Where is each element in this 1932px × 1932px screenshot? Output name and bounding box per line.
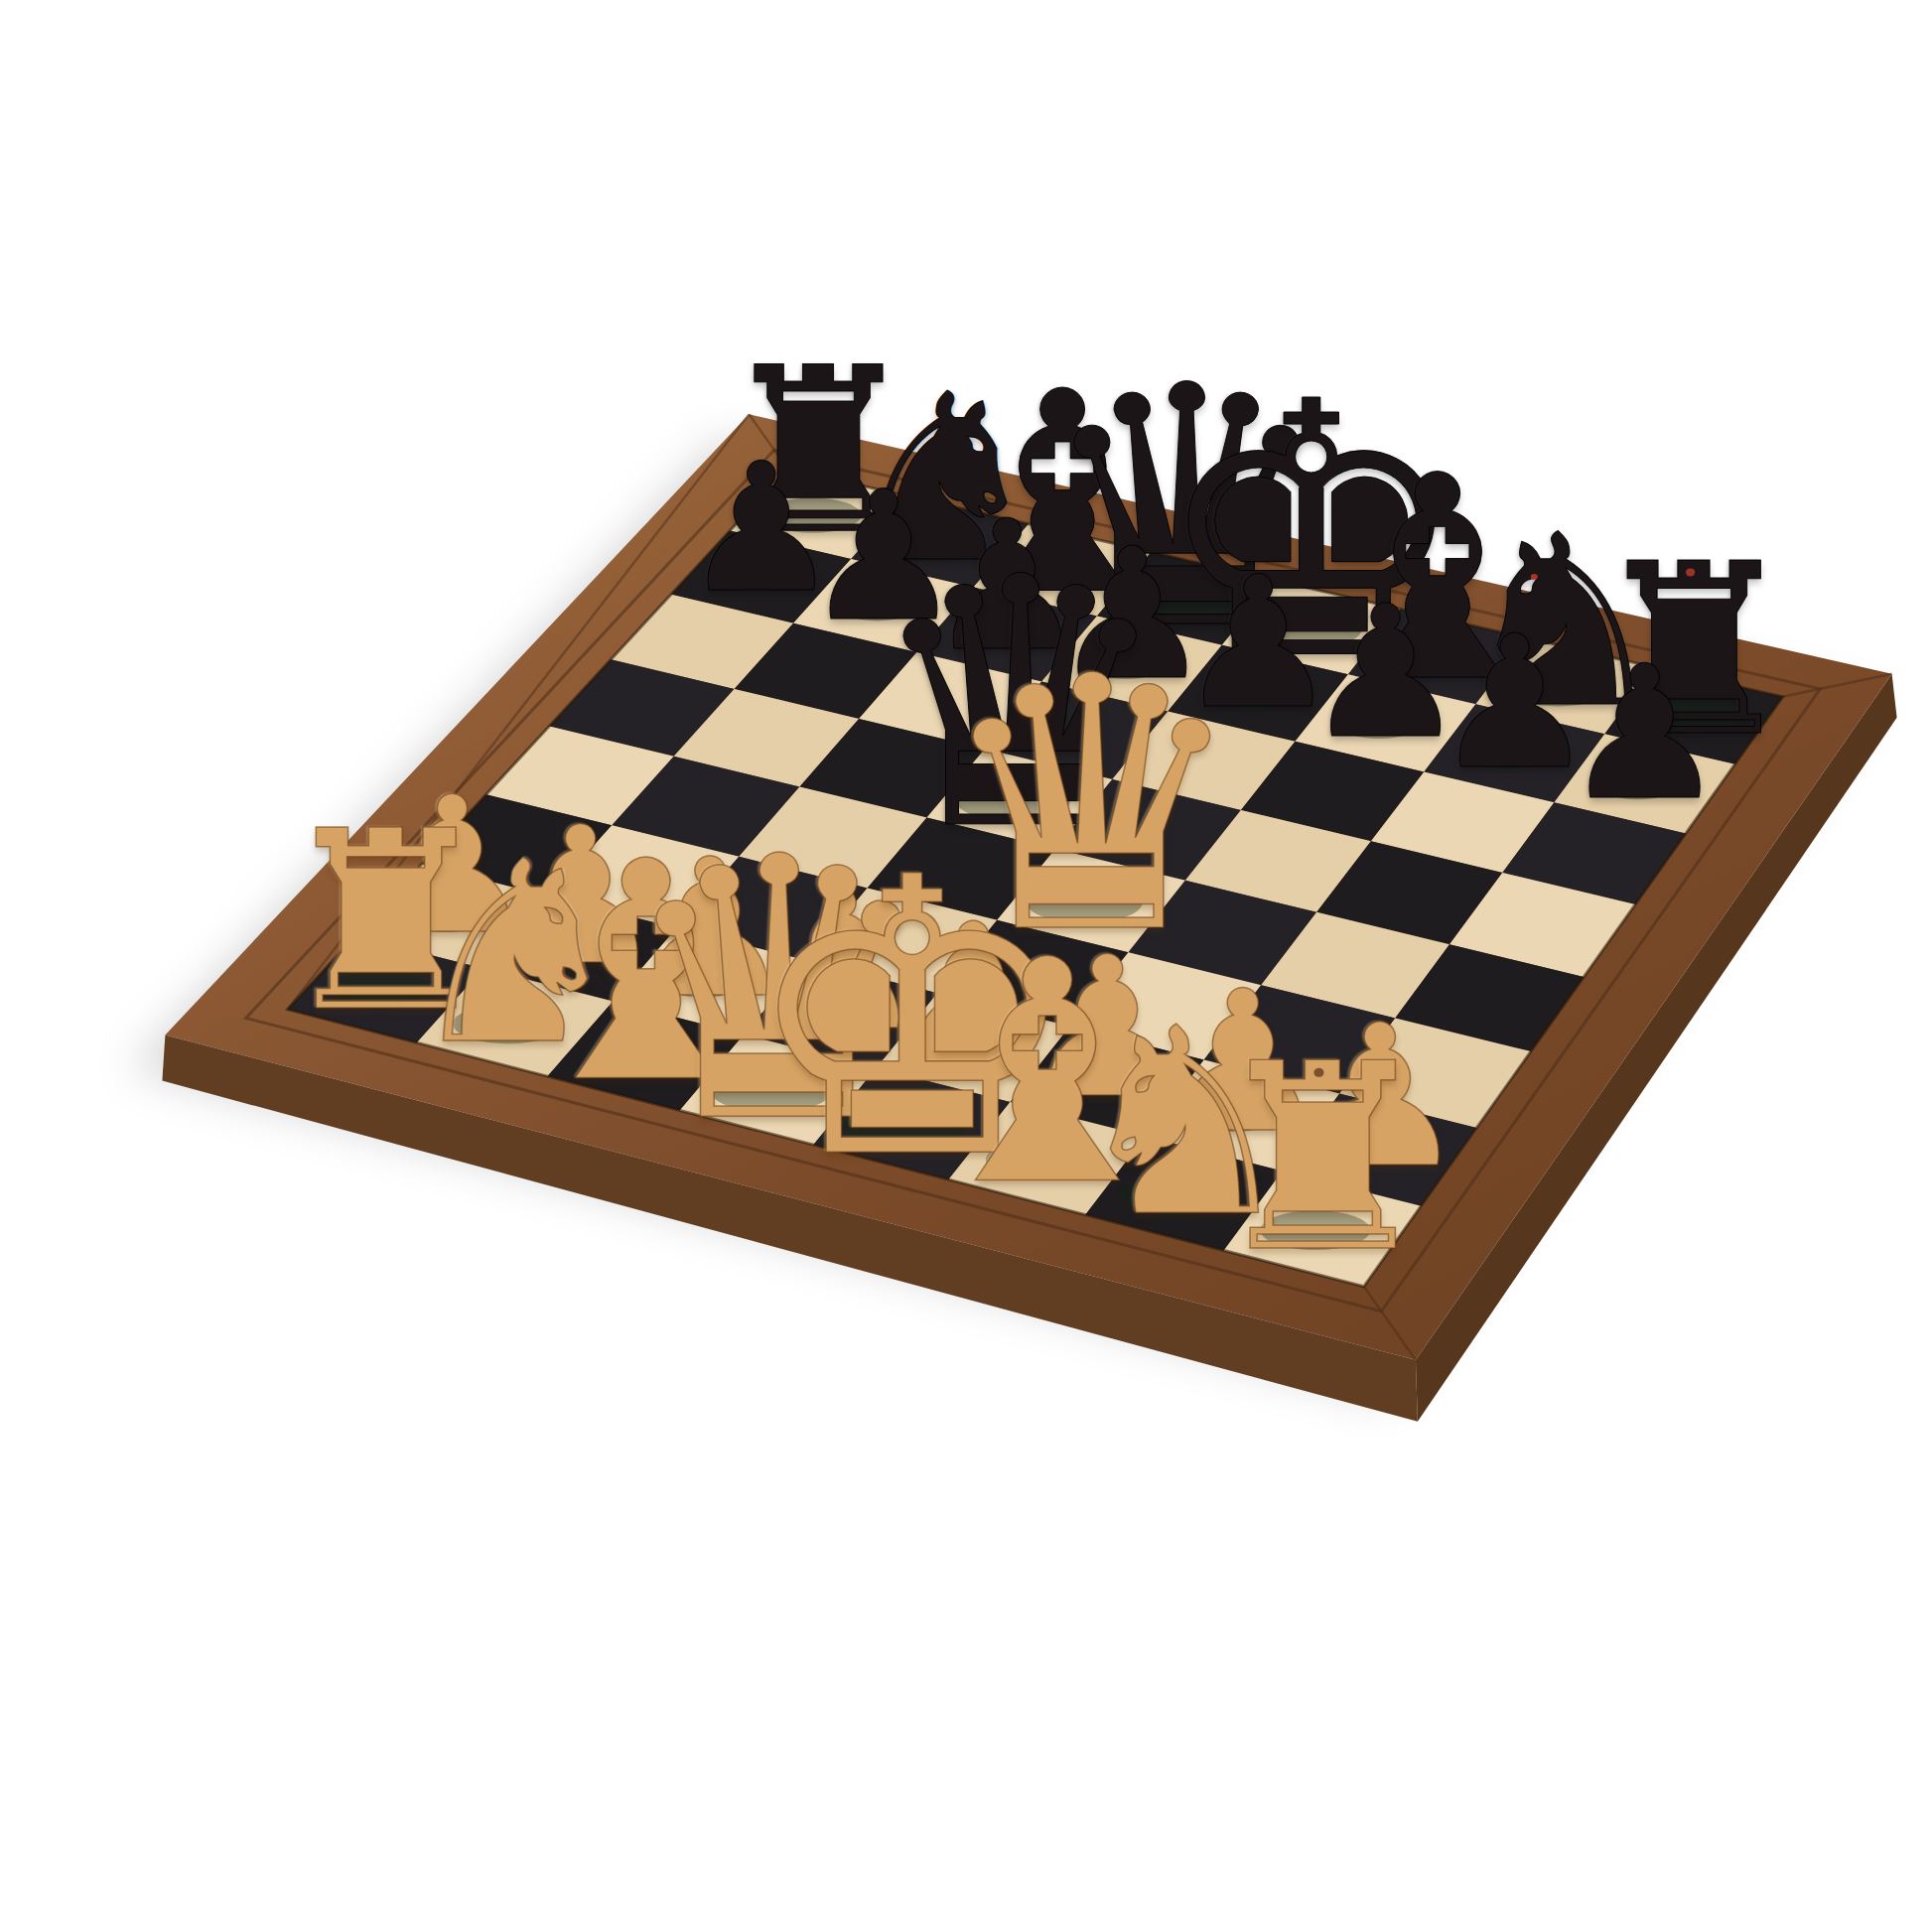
knight-red-eye — [1531, 574, 1538, 579]
pieces-layer: ♜♞♝♟♛♟♚♟♝♟♞♟♜♟♟♟♛♛♟♟♟♜♟♞♟♝♟♛♟♚♟♝♞♜ — [0, 0, 1932, 1932]
rook-crown-stamp — [1313, 1068, 1324, 1077]
piece-white-rook-h1: ♜ — [1207, 1030, 1439, 1288]
rook-crown-stamp — [1686, 569, 1696, 577]
chess-set-photo: ♜♞♝♟♛♟♚♟♝♟♞♟♜♟♟♟♛♛♟♟♟♜♟♞♟♝♟♛♟♚♟♝♞♜ — [0, 0, 1932, 1932]
piece-black-pawn-h7: ♟ — [1562, 641, 1727, 826]
